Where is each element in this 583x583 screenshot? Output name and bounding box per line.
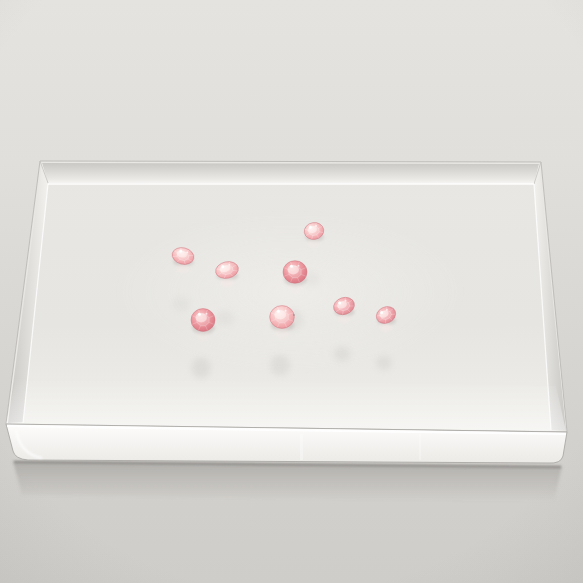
gem-under-reflection (380, 323, 392, 332)
block-top-sheen (6, 378, 566, 431)
gem-bottom-face-reflection (172, 297, 190, 312)
gem-body (283, 261, 307, 284)
gem-under-reflection (176, 264, 189, 273)
photo-canvas (0, 0, 583, 583)
gem-bottom-face-reflection (191, 358, 210, 379)
gem-under-reflection (308, 239, 320, 248)
gem-body (191, 309, 215, 332)
gemstones-on-acrylic-photo (0, 0, 583, 583)
gem-body (270, 306, 295, 329)
gem-bottom-face-reflection (334, 346, 351, 361)
gem-under-reflection (338, 314, 351, 323)
gem-under-reflection (220, 278, 234, 287)
block-back-edge-bevel (42, 163, 539, 184)
gem-bottom-face-reflection (270, 355, 290, 376)
gem-bottom-face-reflection (216, 311, 234, 326)
gem-bottom-face-reflection (376, 356, 392, 370)
front-face-streak-1 (300, 434, 303, 460)
front-face-streak-2 (419, 434, 421, 460)
dust-speck (293, 314, 295, 316)
